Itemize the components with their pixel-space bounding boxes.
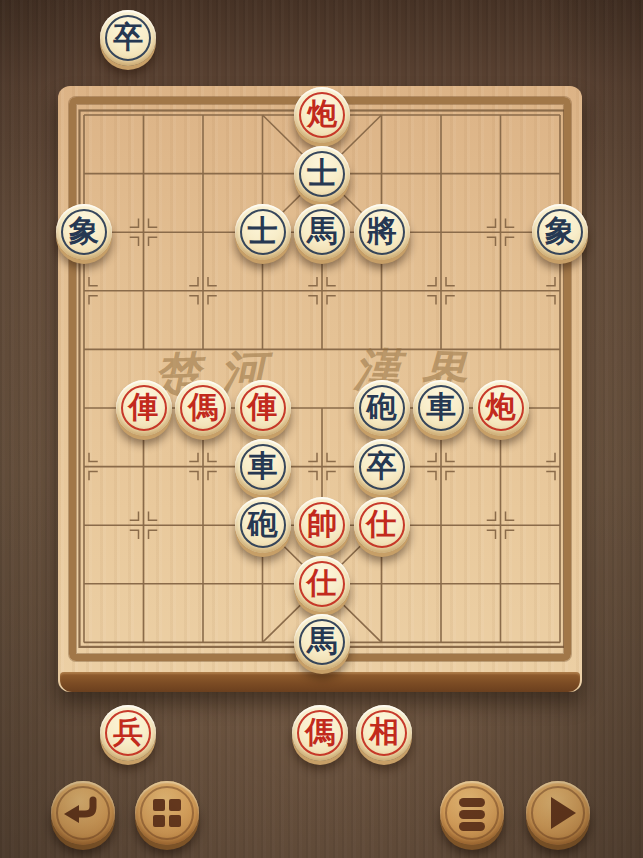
piece-character: 相 bbox=[369, 717, 399, 747]
play-icon bbox=[526, 781, 590, 845]
piece-red-elephant: 相 bbox=[356, 705, 412, 761]
piece-character: 馬 bbox=[307, 216, 337, 246]
piece-black-general[interactable]: 將 bbox=[354, 204, 410, 260]
piece-character: 炮 bbox=[486, 392, 516, 422]
piece-character: 砲 bbox=[248, 509, 278, 539]
piece-character: 仕 bbox=[367, 509, 397, 539]
piece-black-cannon[interactable]: 砲 bbox=[235, 497, 291, 553]
piece-black-advisor[interactable]: 士 bbox=[235, 204, 291, 260]
piece-character: 俥 bbox=[248, 392, 278, 422]
piece-red-chariot[interactable]: 俥 bbox=[235, 380, 291, 436]
piece-character: 卒 bbox=[367, 451, 397, 481]
board-intersections: 炮士象士馬將象俥傌俥砲車炮車卒砲帥仕仕馬 bbox=[54, 86, 590, 672]
board-bottom-edge bbox=[60, 672, 580, 692]
piece-character: 炮 bbox=[307, 99, 337, 129]
piece-character: 兵 bbox=[113, 717, 143, 747]
piece-red-advisor[interactable]: 仕 bbox=[354, 497, 410, 553]
piece-red-soldier: 兵 bbox=[100, 705, 156, 761]
piece-black-horse[interactable]: 馬 bbox=[294, 614, 350, 670]
undo-button[interactable] bbox=[51, 781, 115, 845]
piece-black-cannon[interactable]: 砲 bbox=[354, 380, 410, 436]
play-button[interactable] bbox=[526, 781, 590, 845]
piece-red-cannon[interactable]: 炮 bbox=[473, 380, 529, 436]
piece-black-chariot[interactable]: 車 bbox=[235, 439, 291, 495]
piece-black-soldier: 卒 bbox=[100, 10, 156, 66]
piece-black-elephant[interactable]: 象 bbox=[532, 204, 588, 260]
piece-black-advisor[interactable]: 士 bbox=[294, 146, 350, 202]
piece-character: 車 bbox=[426, 392, 456, 422]
return-arrow-icon bbox=[51, 781, 115, 845]
list-icon bbox=[440, 781, 504, 845]
piece-character: 象 bbox=[69, 216, 99, 246]
piece-character: 傌 bbox=[305, 717, 335, 747]
piece-character: 仕 bbox=[307, 568, 337, 598]
piece-character: 士 bbox=[248, 216, 278, 246]
piece-character: 士 bbox=[307, 158, 337, 188]
piece-black-chariot[interactable]: 車 bbox=[413, 380, 469, 436]
piece-character: 傌 bbox=[188, 392, 218, 422]
piece-red-advisor[interactable]: 仕 bbox=[294, 556, 350, 612]
piece-character: 車 bbox=[248, 451, 278, 481]
xiangqi-app-screen: 楚河 漢界 炮士象士馬將象俥傌俥砲車炮車卒砲帥仕仕馬 卒兵傌相 bbox=[0, 0, 643, 858]
apps-button[interactable] bbox=[135, 781, 199, 845]
piece-red-horse[interactable]: 傌 bbox=[175, 380, 231, 436]
xiangqi-board: 楚河 漢界 炮士象士馬將象俥傌俥砲車炮車卒砲帥仕仕馬 bbox=[58, 86, 582, 692]
piece-red-horse: 傌 bbox=[292, 705, 348, 761]
piece-character: 馬 bbox=[307, 626, 337, 656]
piece-red-general[interactable]: 帥 bbox=[294, 497, 350, 553]
piece-character: 砲 bbox=[367, 392, 397, 422]
piece-black-horse[interactable]: 馬 bbox=[294, 204, 350, 260]
grid-icon bbox=[135, 781, 199, 845]
piece-character: 象 bbox=[545, 216, 575, 246]
piece-character: 俥 bbox=[129, 392, 159, 422]
moves-list-button[interactable] bbox=[440, 781, 504, 845]
piece-character: 卒 bbox=[113, 22, 143, 52]
piece-character: 將 bbox=[367, 216, 397, 246]
piece-black-elephant[interactable]: 象 bbox=[56, 204, 112, 260]
piece-black-soldier[interactable]: 卒 bbox=[354, 439, 410, 495]
piece-red-chariot[interactable]: 俥 bbox=[116, 380, 172, 436]
piece-red-cannon[interactable]: 炮 bbox=[294, 87, 350, 143]
piece-character: 帥 bbox=[307, 509, 337, 539]
